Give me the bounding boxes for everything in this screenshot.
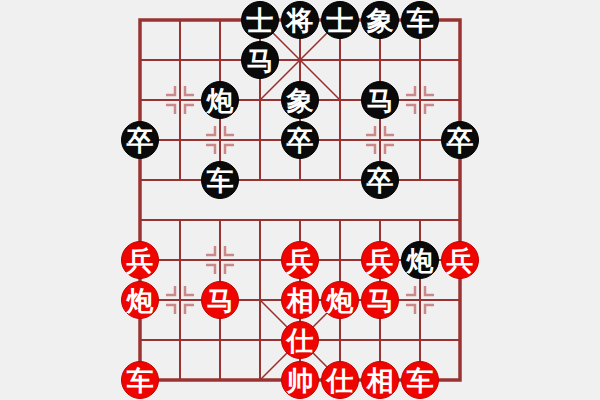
board-point-6-4[interactable]: 卒	[360, 160, 400, 200]
board-point-3-6[interactable]	[240, 240, 280, 280]
board-point-2-1[interactable]	[200, 40, 240, 80]
board-point-7-6[interactable]: 炮	[400, 240, 440, 280]
board-point-0-3[interactable]: 卒	[120, 120, 160, 160]
board-point-2-3[interactable]	[200, 120, 240, 160]
board-point-4-1[interactable]	[280, 40, 320, 80]
board-point-2-4[interactable]: 车	[200, 160, 240, 200]
board-point-5-2[interactable]	[320, 80, 360, 120]
board-point-7-1[interactable]	[400, 40, 440, 80]
board-point-7-0[interactable]: 车	[400, 0, 440, 40]
board-point-4-9[interactable]: 帅	[280, 360, 320, 400]
board-point-6-5[interactable]	[360, 200, 400, 240]
board-point-3-0[interactable]: 士	[240, 0, 280, 40]
piece-black-advisor[interactable]: 士	[241, 1, 279, 39]
board-point-1-9[interactable]	[160, 360, 200, 400]
piece-black-elephant[interactable]: 象	[361, 1, 399, 39]
board-point-1-6[interactable]	[160, 240, 200, 280]
board-point-3-7[interactable]	[240, 280, 280, 320]
board-point-5-8[interactable]	[320, 320, 360, 360]
board-point-1-4[interactable]	[160, 160, 200, 200]
board-point-0-1[interactable]	[120, 40, 160, 80]
board-point-6-0[interactable]: 象	[360, 0, 400, 40]
board-point-1-2[interactable]	[160, 80, 200, 120]
piece-black-elephant[interactable]: 象	[281, 81, 319, 119]
board-point-1-7[interactable]	[160, 280, 200, 320]
piece-red-soldier[interactable]: 兵	[281, 241, 319, 279]
board-point-7-9[interactable]: 车	[400, 360, 440, 400]
board-point-0-9[interactable]: 车	[120, 360, 160, 400]
piece-red-advisor[interactable]: 仕	[281, 321, 319, 359]
board-point-4-5[interactable]	[280, 200, 320, 240]
board-point-8-6[interactable]: 兵	[440, 240, 480, 280]
piece-black-cannon[interactable]: 炮	[401, 241, 439, 279]
board-point-8-3[interactable]: 卒	[440, 120, 480, 160]
board-point-4-4[interactable]	[280, 160, 320, 200]
piece-red-chariot[interactable]: 车	[401, 361, 439, 399]
board-point-5-0[interactable]: 士	[320, 0, 360, 40]
piece-black-horse[interactable]: 马	[241, 41, 279, 79]
board-point-8-4[interactable]	[440, 160, 480, 200]
board-point-1-5[interactable]	[160, 200, 200, 240]
board-point-8-9[interactable]	[440, 360, 480, 400]
piece-black-chariot[interactable]: 车	[401, 1, 439, 39]
piece-red-soldier[interactable]: 兵	[361, 241, 399, 279]
board-point-1-1[interactable]	[160, 40, 200, 80]
piece-black-soldier[interactable]: 卒	[441, 121, 479, 159]
board-point-5-4[interactable]	[320, 160, 360, 200]
board-point-4-3[interactable]: 卒	[280, 120, 320, 160]
board-point-7-4[interactable]	[400, 160, 440, 200]
board-point-3-3[interactable]	[240, 120, 280, 160]
piece-black-soldier[interactable]: 卒	[121, 121, 159, 159]
xiangqi-board: 士将士象车马炮象马卒卒卒车卒兵兵兵炮兵炮马相炮马仕车帅仕相车	[120, 0, 480, 400]
board-point-2-9[interactable]	[200, 360, 240, 400]
board-point-1-0[interactable]	[160, 0, 200, 40]
board-point-2-5[interactable]	[200, 200, 240, 240]
piece-black-general[interactable]: 将	[281, 1, 319, 39]
board-point-1-3[interactable]	[160, 120, 200, 160]
board-point-3-4[interactable]	[240, 160, 280, 200]
board-point-8-1[interactable]	[440, 40, 480, 80]
board-point-6-9[interactable]: 相	[360, 360, 400, 400]
piece-red-soldier[interactable]: 兵	[121, 241, 159, 279]
board-point-5-1[interactable]	[320, 40, 360, 80]
board-point-4-7[interactable]: 相	[280, 280, 320, 320]
piece-black-horse[interactable]: 马	[361, 81, 399, 119]
piece-red-soldier[interactable]: 兵	[441, 241, 479, 279]
board-point-6-2[interactable]: 马	[360, 80, 400, 120]
board-point-2-8[interactable]	[200, 320, 240, 360]
piece-black-soldier[interactable]: 卒	[361, 161, 399, 199]
board-point-2-2[interactable]: 炮	[200, 80, 240, 120]
board-point-0-2[interactable]	[120, 80, 160, 120]
board-point-2-7[interactable]: 马	[200, 280, 240, 320]
xiangqi-app: 士将士象车马炮象马卒卒卒车卒兵兵兵炮兵炮马相炮马仕车帅仕相车	[0, 0, 600, 400]
board-point-0-6[interactable]: 兵	[120, 240, 160, 280]
board-point-3-1[interactable]: 马	[240, 40, 280, 80]
board-point-4-6[interactable]: 兵	[280, 240, 320, 280]
board-point-6-3[interactable]	[360, 120, 400, 160]
board-point-0-4[interactable]	[120, 160, 160, 200]
piece-red-cannon[interactable]: 炮	[321, 281, 359, 319]
board-point-8-0[interactable]	[440, 0, 480, 40]
piece-red-advisor[interactable]: 仕	[321, 361, 359, 399]
piece-red-horse[interactable]: 马	[361, 281, 399, 319]
board-point-8-2[interactable]	[440, 80, 480, 120]
piece-black-soldier[interactable]: 卒	[281, 121, 319, 159]
piece-red-general[interactable]: 帅	[281, 361, 319, 399]
board-point-6-7[interactable]: 马	[360, 280, 400, 320]
board-point-2-6[interactable]	[200, 240, 240, 280]
board-point-6-6[interactable]: 兵	[360, 240, 400, 280]
board-point-7-7[interactable]	[400, 280, 440, 320]
board-point-0-8[interactable]	[120, 320, 160, 360]
board-point-5-3[interactable]	[320, 120, 360, 160]
board-point-4-0[interactable]: 将	[280, 0, 320, 40]
piece-red-elephant[interactable]: 相	[281, 281, 319, 319]
board-point-0-5[interactable]	[120, 200, 160, 240]
piece-black-chariot[interactable]: 车	[201, 161, 239, 199]
piece-black-advisor[interactable]: 士	[321, 1, 359, 39]
board-point-7-8[interactable]	[400, 320, 440, 360]
board-point-5-7[interactable]: 炮	[320, 280, 360, 320]
board-point-7-5[interactable]	[400, 200, 440, 240]
board-point-3-8[interactable]	[240, 320, 280, 360]
board-point-3-2[interactable]	[240, 80, 280, 120]
board-point-6-8[interactable]	[360, 320, 400, 360]
piece-red-cannon[interactable]: 炮	[121, 281, 159, 319]
board-point-4-8[interactable]: 仕	[280, 320, 320, 360]
piece-red-chariot[interactable]: 车	[121, 361, 159, 399]
board-point-5-9[interactable]: 仕	[320, 360, 360, 400]
board-point-2-0[interactable]	[200, 0, 240, 40]
board-point-5-5[interactable]	[320, 200, 360, 240]
piece-black-cannon[interactable]: 炮	[201, 81, 239, 119]
board-point-4-2[interactable]: 象	[280, 80, 320, 120]
board-point-0-7[interactable]: 炮	[120, 280, 160, 320]
board-point-7-3[interactable]	[400, 120, 440, 160]
board-point-3-9[interactable]	[240, 360, 280, 400]
board-point-5-6[interactable]	[320, 240, 360, 280]
board-point-8-8[interactable]	[440, 320, 480, 360]
board-point-0-0[interactable]	[120, 0, 160, 40]
piece-red-horse[interactable]: 马	[201, 281, 239, 319]
board-point-8-7[interactable]	[440, 280, 480, 320]
board-point-7-2[interactable]	[400, 80, 440, 120]
board-point-8-5[interactable]	[440, 200, 480, 240]
board-point-3-5[interactable]	[240, 200, 280, 240]
board-point-1-8[interactable]	[160, 320, 200, 360]
board-point-6-1[interactable]	[360, 40, 400, 80]
piece-red-elephant[interactable]: 相	[361, 361, 399, 399]
